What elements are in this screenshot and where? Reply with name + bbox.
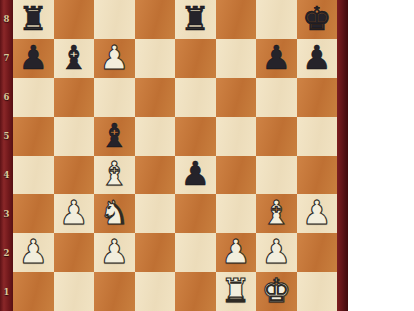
rank-label-8: 8 (0, 0, 13, 39)
square-b3: ♟ (54, 194, 95, 233)
square-h1 (297, 272, 338, 311)
square-a8: ♜ (13, 0, 54, 39)
square-b2 (54, 233, 95, 272)
square-c3: ♞ (94, 194, 135, 233)
square-c5: ♝ (94, 117, 135, 156)
square-e2 (175, 233, 216, 272)
square-f6 (216, 78, 257, 117)
square-h3: ♟ (297, 194, 338, 233)
square-a1 (13, 272, 54, 311)
square-f5 (216, 117, 257, 156)
square-a2: ♟ (13, 233, 54, 272)
square-f8 (216, 0, 257, 39)
white-pawn-piece: ♟ (99, 41, 129, 74)
rank-label-6: 6 (0, 78, 13, 117)
white-rook-piece: ♜ (221, 274, 251, 307)
black-rook-piece: ♜ (18, 2, 48, 35)
square-a5 (13, 117, 54, 156)
square-c2: ♟ (94, 233, 135, 272)
white-knight-piece: ♞ (99, 196, 129, 229)
square-e3 (175, 194, 216, 233)
square-b1 (54, 272, 95, 311)
square-g4 (256, 156, 297, 195)
square-d8 (135, 0, 176, 39)
square-d4 (135, 156, 176, 195)
black-rook-piece: ♜ (180, 2, 210, 35)
square-d5 (135, 117, 176, 156)
white-bishop-piece: ♝ (261, 196, 291, 229)
square-h4 (297, 156, 338, 195)
chess-diagram: 87654321 ♜♜♚♟♝♟♟♟♝♝♟♟♞♝♟♟♟♟♟♜♚ (0, 0, 414, 311)
square-g7: ♟ (256, 39, 297, 78)
rank-label-4: 4 (0, 156, 13, 195)
square-g1: ♚ (256, 272, 297, 311)
square-c1 (94, 272, 135, 311)
square-c6 (94, 78, 135, 117)
chess-board: ♜♜♚♟♝♟♟♟♝♝♟♟♞♝♟♟♟♟♟♜♚ (13, 0, 337, 311)
square-d6 (135, 78, 176, 117)
square-e1 (175, 272, 216, 311)
rank-label-3: 3 (0, 194, 13, 233)
square-e8: ♜ (175, 0, 216, 39)
rank-label-7: 7 (0, 39, 13, 78)
square-c7: ♟ (94, 39, 135, 78)
square-h5 (297, 117, 338, 156)
square-h6 (297, 78, 338, 117)
white-pawn-piece: ♟ (99, 235, 129, 268)
rank-label-5: 5 (0, 117, 13, 156)
square-a6 (13, 78, 54, 117)
board-frame-left: 87654321 (0, 0, 13, 311)
square-g6 (256, 78, 297, 117)
square-h2 (297, 233, 338, 272)
square-b8 (54, 0, 95, 39)
square-a7: ♟ (13, 39, 54, 78)
white-pawn-piece: ♟ (221, 235, 251, 268)
square-f3 (216, 194, 257, 233)
square-f7 (216, 39, 257, 78)
page-whitespace (348, 0, 414, 311)
black-bishop-piece: ♝ (99, 119, 129, 152)
square-d1 (135, 272, 176, 311)
square-h7: ♟ (297, 39, 338, 78)
square-a4 (13, 156, 54, 195)
square-b7: ♝ (54, 39, 95, 78)
black-pawn-piece: ♟ (302, 41, 332, 74)
square-f4 (216, 156, 257, 195)
square-e6 (175, 78, 216, 117)
chess-board-with-frame: 87654321 ♜♜♚♟♝♟♟♟♝♝♟♟♞♝♟♟♟♟♟♜♚ (0, 0, 348, 311)
white-bishop-piece: ♝ (99, 157, 129, 190)
board-frame-right (337, 0, 348, 311)
white-pawn-piece: ♟ (302, 196, 332, 229)
square-b5 (54, 117, 95, 156)
square-f2: ♟ (216, 233, 257, 272)
black-bishop-piece: ♝ (59, 41, 89, 74)
square-g8 (256, 0, 297, 39)
square-f1: ♜ (216, 272, 257, 311)
black-king-piece: ♚ (302, 2, 332, 35)
square-b4 (54, 156, 95, 195)
square-a3 (13, 194, 54, 233)
square-d7 (135, 39, 176, 78)
black-pawn-piece: ♟ (261, 41, 291, 74)
square-d2 (135, 233, 176, 272)
square-g3: ♝ (256, 194, 297, 233)
rank-label-1: 1 (0, 272, 13, 311)
square-e4: ♟ (175, 156, 216, 195)
square-c8 (94, 0, 135, 39)
square-e7 (175, 39, 216, 78)
square-h8: ♚ (297, 0, 338, 39)
white-pawn-piece: ♟ (18, 235, 48, 268)
black-pawn-piece: ♟ (18, 41, 48, 74)
black-pawn-piece: ♟ (180, 157, 210, 190)
square-c4: ♝ (94, 156, 135, 195)
white-pawn-piece: ♟ (261, 235, 291, 268)
square-d3 (135, 194, 176, 233)
square-g2: ♟ (256, 233, 297, 272)
rank-label-2: 2 (0, 233, 13, 272)
square-e5 (175, 117, 216, 156)
white-pawn-piece: ♟ (59, 196, 89, 229)
white-king-piece: ♚ (261, 274, 291, 307)
square-g5 (256, 117, 297, 156)
square-b6 (54, 78, 95, 117)
